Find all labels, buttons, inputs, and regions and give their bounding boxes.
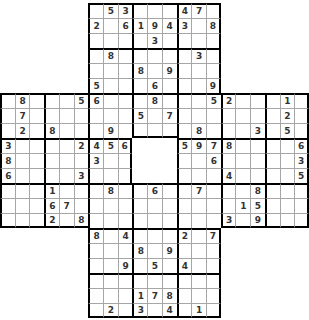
- cell-r21c11[interactable]: [147, 303, 162, 318]
- cell-r18c12[interactable]: [162, 258, 177, 273]
- cell-r11c9[interactable]: [118, 153, 133, 168]
- cell-r13c10[interactable]: [132, 183, 147, 198]
- outside-area: [221, 18, 236, 33]
- cell-r17c9[interactable]: [118, 243, 133, 258]
- outside-area: [59, 48, 74, 63]
- cell-r9c15[interactable]: [206, 123, 221, 138]
- outside-area: [44, 243, 59, 258]
- cell-r8c8[interactable]: [103, 108, 118, 123]
- cell-r21c15[interactable]: [206, 303, 221, 318]
- outside-area: [235, 288, 250, 303]
- cell-r6c10[interactable]: [132, 78, 147, 93]
- cell-r4c10[interactable]: [132, 48, 147, 63]
- cell-r19c7[interactable]: [88, 273, 103, 288]
- cell-r11c5[interactable]: [59, 153, 74, 168]
- cell-r15c19[interactable]: [265, 213, 280, 228]
- cell-r15c12[interactable]: [162, 213, 177, 228]
- cell-r20c8[interactable]: [103, 288, 118, 303]
- outside-area: [294, 258, 309, 273]
- cell-r2c11: 9: [147, 18, 162, 33]
- cell-r14c9[interactable]: [118, 198, 133, 213]
- cell-r7c10[interactable]: [132, 93, 147, 108]
- cell-r13c13[interactable]: [177, 183, 192, 198]
- cell-r12c8[interactable]: [103, 168, 118, 183]
- cell-r13c16[interactable]: [221, 183, 236, 198]
- cell-r19c15[interactable]: [206, 273, 221, 288]
- cell-r5c14[interactable]: [191, 63, 206, 78]
- cell-r14c2[interactable]: [15, 198, 30, 213]
- cell-r3c12[interactable]: [162, 33, 177, 48]
- cell-r12c13[interactable]: [177, 168, 192, 183]
- cell-r9c19[interactable]: [265, 123, 280, 138]
- cell-r8c10: 5: [132, 108, 147, 123]
- cell-r21c14: 1: [191, 303, 206, 318]
- outside-area: [250, 303, 265, 318]
- cell-r6c7: 5: [88, 78, 103, 93]
- cell-r5c7[interactable]: [88, 63, 103, 78]
- cell-r9c3[interactable]: [29, 123, 44, 138]
- cell-r19c14[interactable]: [191, 273, 206, 288]
- cell-r11c15: 6: [206, 153, 221, 168]
- outside-area: [29, 48, 44, 63]
- cell-r3c15[interactable]: [206, 33, 221, 48]
- cell-r13c15[interactable]: [206, 183, 221, 198]
- outside-area: [29, 33, 44, 48]
- cell-r21c7[interactable]: [88, 303, 103, 318]
- cell-r9c11[interactable]: [147, 123, 162, 138]
- cell-r14c20[interactable]: [280, 198, 295, 213]
- cell-r18c14[interactable]: [191, 258, 206, 273]
- cell-r8c18[interactable]: [250, 108, 265, 123]
- cell-r6c8[interactable]: [103, 78, 118, 93]
- cell-r8c21[interactable]: [294, 108, 309, 123]
- cell-r14c11[interactable]: [147, 198, 162, 213]
- cell-r1c14: 7: [191, 3, 206, 18]
- cell-r12c4[interactable]: [44, 168, 59, 183]
- outside-area: [294, 33, 309, 48]
- cell-r14c8[interactable]: [103, 198, 118, 213]
- cell-r10c20[interactable]: [280, 138, 295, 153]
- cell-r3c10[interactable]: [132, 33, 147, 48]
- cell-r2c14[interactable]: [191, 18, 206, 33]
- outside-area: [235, 78, 250, 93]
- cell-r18c9: 9: [118, 258, 133, 273]
- cell-r15c17[interactable]: [235, 213, 250, 228]
- cell-r10c18[interactable]: [250, 138, 265, 153]
- outside-area: [29, 303, 44, 318]
- outside-area: [44, 228, 59, 243]
- cell-r3c8[interactable]: [103, 33, 118, 48]
- outside-area: [74, 18, 89, 33]
- cell-r17c14[interactable]: [191, 243, 206, 258]
- cell-r6c9[interactable]: [118, 78, 133, 93]
- cell-r13c12[interactable]: [162, 183, 177, 198]
- cell-r8c13[interactable]: [177, 108, 192, 123]
- cell-r5c13[interactable]: [177, 63, 192, 78]
- cell-r7c20: 1: [280, 93, 295, 108]
- cell-r11c3[interactable]: [29, 153, 44, 168]
- cell-r11c4[interactable]: [44, 153, 59, 168]
- cell-r7c3[interactable]: [29, 93, 44, 108]
- outside-area: [15, 303, 30, 318]
- cell-r1c15[interactable]: [206, 3, 221, 18]
- cell-r13c6[interactable]: [74, 183, 89, 198]
- outside-area: [250, 258, 265, 273]
- cell-r20c15[interactable]: [206, 288, 221, 303]
- cell-r18c10[interactable]: [132, 258, 147, 273]
- cell-r8c5[interactable]: [59, 108, 74, 123]
- cell-r11c6[interactable]: [74, 153, 89, 168]
- cell-r1c12[interactable]: [162, 3, 177, 18]
- cell-r4c14: 3: [191, 48, 206, 63]
- cell-r6c15: 9: [206, 78, 221, 93]
- cell-r7c18[interactable]: [250, 93, 265, 108]
- cell-r11c8[interactable]: [103, 153, 118, 168]
- outside-area: [0, 48, 15, 63]
- cell-r10c5[interactable]: [59, 138, 74, 153]
- outside-area: [29, 18, 44, 33]
- outside-area: [74, 33, 89, 48]
- cell-r1c10[interactable]: [132, 3, 147, 18]
- cell-r15c20[interactable]: [280, 213, 295, 228]
- outside-area: [294, 18, 309, 33]
- cell-r14c3[interactable]: [29, 198, 44, 213]
- cell-r15c5[interactable]: [59, 213, 74, 228]
- outside-area: [250, 63, 265, 78]
- cell-r11c18[interactable]: [250, 153, 265, 168]
- outside-area: [280, 3, 295, 18]
- outside-area: [294, 63, 309, 78]
- outside-area: [280, 273, 295, 288]
- cell-r15c2[interactable]: [15, 213, 30, 228]
- cell-r14c16[interactable]: [221, 198, 236, 213]
- cell-r12c20[interactable]: [280, 168, 295, 183]
- cell-r21c13[interactable]: [177, 303, 192, 318]
- outside-area: [29, 258, 44, 273]
- cell-r7c19[interactable]: [265, 93, 280, 108]
- cell-r8c6[interactable]: [74, 108, 89, 123]
- cell-r13c8: 8: [103, 183, 118, 198]
- cell-r16c14[interactable]: [191, 228, 206, 243]
- cell-r9c21[interactable]: [294, 123, 309, 138]
- cell-r17c8[interactable]: [103, 243, 118, 258]
- cell-r14c15[interactable]: [206, 198, 221, 213]
- cell-r12c2[interactable]: [15, 168, 30, 183]
- outside-area: [29, 273, 44, 288]
- cell-r12c7[interactable]: [88, 168, 103, 183]
- cell-r10c1: 3: [0, 138, 15, 153]
- cell-r17c10: 8: [132, 243, 147, 258]
- cell-r4c12[interactable]: [162, 48, 177, 63]
- cell-r2c8[interactable]: [103, 18, 118, 33]
- cell-r12c18[interactable]: [250, 168, 265, 183]
- cell-r9c17[interactable]: [235, 123, 250, 138]
- cell-r7c4[interactable]: [44, 93, 59, 108]
- cell-r17c15[interactable]: [206, 243, 221, 258]
- outside-area: [44, 303, 59, 318]
- cell-r7c9[interactable]: [118, 93, 133, 108]
- cell-r12c5[interactable]: [59, 168, 74, 183]
- outside-area: [235, 303, 250, 318]
- cell-r15c4: 2: [44, 213, 59, 228]
- cell-r15c11[interactable]: [147, 213, 162, 228]
- cell-r14c21[interactable]: [294, 198, 309, 213]
- cell-r16c11[interactable]: [147, 228, 162, 243]
- outside-area: [59, 258, 74, 273]
- cell-r10c13: 5: [177, 138, 192, 153]
- cell-r10c19[interactable]: [265, 138, 280, 153]
- cell-r12c9[interactable]: [118, 168, 133, 183]
- cell-r6c11: 6: [147, 78, 162, 93]
- cell-r10c17[interactable]: [235, 138, 250, 153]
- cell-r7c8[interactable]: [103, 93, 118, 108]
- cell-r17c7[interactable]: [88, 243, 103, 258]
- cell-r13c18: 8: [250, 183, 265, 198]
- cell-r10c3[interactable]: [29, 138, 44, 153]
- cell-r10c15: 7: [206, 138, 221, 153]
- cell-r15c9[interactable]: [118, 213, 133, 228]
- outside-area: [235, 48, 250, 63]
- cell-r15c1[interactable]: [0, 213, 15, 228]
- cell-r9c1[interactable]: [0, 123, 15, 138]
- cell-r15c14[interactable]: [191, 213, 206, 228]
- outside-area: [44, 33, 59, 48]
- outside-area: [265, 258, 280, 273]
- cell-r19c9[interactable]: [118, 273, 133, 288]
- outside-area: [44, 273, 59, 288]
- outside-area: [59, 243, 74, 258]
- cell-r1c7[interactable]: [88, 3, 103, 18]
- outside-area: [132, 138, 147, 153]
- cell-r12c14[interactable]: [191, 168, 206, 183]
- cell-r6c13[interactable]: [177, 78, 192, 93]
- cell-r13c19[interactable]: [265, 183, 280, 198]
- cell-r9c6[interactable]: [74, 123, 89, 138]
- cell-r19c12[interactable]: [162, 273, 177, 288]
- cell-r4c7[interactable]: [88, 48, 103, 63]
- cell-r12c19[interactable]: [265, 168, 280, 183]
- cell-r10c2[interactable]: [15, 138, 30, 153]
- cell-r20c10: 1: [132, 288, 147, 303]
- outside-area: [0, 243, 15, 258]
- outside-area: [29, 243, 44, 258]
- cell-r14c14[interactable]: [191, 198, 206, 213]
- cell-r11c14[interactable]: [191, 153, 206, 168]
- outside-area: [235, 18, 250, 33]
- cell-r8c19[interactable]: [265, 108, 280, 123]
- cell-r5c9[interactable]: [118, 63, 133, 78]
- cell-r20c13[interactable]: [177, 288, 192, 303]
- cell-r15c10[interactable]: [132, 213, 147, 228]
- cell-r14c12[interactable]: [162, 198, 177, 213]
- cell-r18c11: 5: [147, 258, 162, 273]
- cell-r3c9[interactable]: [118, 33, 133, 48]
- cell-r17c13[interactable]: [177, 243, 192, 258]
- cell-r9c12[interactable]: [162, 123, 177, 138]
- cell-r7c2: 8: [15, 93, 30, 108]
- cell-r15c3[interactable]: [29, 213, 44, 228]
- cell-r18c8[interactable]: [103, 258, 118, 273]
- cell-r4c9[interactable]: [118, 48, 133, 63]
- cell-r10c4[interactable]: [44, 138, 59, 153]
- cell-r7c16: 2: [221, 93, 236, 108]
- cell-r13c17[interactable]: [235, 183, 250, 198]
- cell-r8c1[interactable]: [0, 108, 15, 123]
- cell-r5c11[interactable]: [147, 63, 162, 78]
- cell-r9c13[interactable]: [177, 123, 192, 138]
- cell-r15c15[interactable]: [206, 213, 221, 228]
- outside-area: [44, 63, 59, 78]
- cell-r12c15[interactable]: [206, 168, 221, 183]
- cell-r4c11[interactable]: [147, 48, 162, 63]
- outside-area: [15, 63, 30, 78]
- cell-r19c10[interactable]: [132, 273, 147, 288]
- cell-r11c17[interactable]: [235, 153, 250, 168]
- cell-r7c21[interactable]: [294, 93, 309, 108]
- cell-r3c7[interactable]: [88, 33, 103, 48]
- cell-r18c15[interactable]: [206, 258, 221, 273]
- cell-r19c11[interactable]: [147, 273, 162, 288]
- outside-area: [0, 288, 15, 303]
- cell-r6c12[interactable]: [162, 78, 177, 93]
- cell-r20c14[interactable]: [191, 288, 206, 303]
- cell-r3c14[interactable]: [191, 33, 206, 48]
- outside-area: [59, 288, 74, 303]
- cell-r9c5[interactable]: [59, 123, 74, 138]
- cell-r13c20[interactable]: [280, 183, 295, 198]
- cell-r1c11[interactable]: [147, 3, 162, 18]
- cell-r16c10[interactable]: [132, 228, 147, 243]
- cell-r9c7[interactable]: [88, 123, 103, 138]
- cell-r11c19[interactable]: [265, 153, 280, 168]
- cell-r4c15[interactable]: [206, 48, 221, 63]
- cell-r16c8[interactable]: [103, 228, 118, 243]
- cell-r16c9: 4: [118, 228, 133, 243]
- cell-r21c12: 4: [162, 303, 177, 318]
- outside-area: [15, 228, 30, 243]
- cell-r9c10[interactable]: [132, 123, 147, 138]
- cell-r13c9[interactable]: [118, 183, 133, 198]
- cell-r20c7[interactable]: [88, 288, 103, 303]
- outside-area: [280, 78, 295, 93]
- cell-r11c13[interactable]: [177, 153, 192, 168]
- cell-r10c14: 9: [191, 138, 206, 153]
- cell-r4c13[interactable]: [177, 48, 192, 63]
- cell-r9c9[interactable]: [118, 123, 133, 138]
- outside-area: [44, 18, 59, 33]
- cell-r8c7[interactable]: [88, 108, 103, 123]
- cell-r6c14[interactable]: [191, 78, 206, 93]
- cell-r14c13[interactable]: [177, 198, 192, 213]
- outside-area: [235, 228, 250, 243]
- outside-area: [265, 33, 280, 48]
- outside-area: [29, 78, 44, 93]
- cell-r8c4[interactable]: [44, 108, 59, 123]
- outside-area: [59, 303, 74, 318]
- cell-r14c7[interactable]: [88, 198, 103, 213]
- outside-area: [265, 288, 280, 303]
- cell-r12c17[interactable]: [235, 168, 250, 183]
- outside-area: [15, 243, 30, 258]
- cell-r8c3[interactable]: [29, 108, 44, 123]
- cell-r7c1[interactable]: [0, 93, 15, 108]
- cell-r7c17[interactable]: [235, 93, 250, 108]
- cell-r5c15[interactable]: [206, 63, 221, 78]
- cell-r14c10[interactable]: [132, 198, 147, 213]
- cell-r7c13[interactable]: [177, 93, 192, 108]
- cell-r14c6[interactable]: [74, 198, 89, 213]
- cell-r19c13[interactable]: [177, 273, 192, 288]
- outside-area: [0, 303, 15, 318]
- cell-r11c2[interactable]: [15, 153, 30, 168]
- outside-area: [59, 228, 74, 243]
- cell-r7c6: 5: [74, 93, 89, 108]
- cell-r5c8[interactable]: [103, 63, 118, 78]
- cell-r11c16[interactable]: [221, 153, 236, 168]
- outside-area: [294, 288, 309, 303]
- cell-r8c15[interactable]: [206, 108, 221, 123]
- cell-r3c13[interactable]: [177, 33, 192, 48]
- cell-r12c3[interactable]: [29, 168, 44, 183]
- cell-r15c7[interactable]: [88, 213, 103, 228]
- outside-area: [162, 168, 177, 183]
- cell-r19c8[interactable]: [103, 273, 118, 288]
- outside-area: [294, 303, 309, 318]
- cell-r13c1[interactable]: [0, 183, 15, 198]
- cell-r14c19[interactable]: [265, 198, 280, 213]
- outside-area: [221, 273, 236, 288]
- cell-r11c20[interactable]: [280, 153, 295, 168]
- cell-r17c11[interactable]: [147, 243, 162, 258]
- outside-area: [74, 258, 89, 273]
- cell-r7c12[interactable]: [162, 93, 177, 108]
- cell-r9c20: 5: [280, 123, 295, 138]
- cell-r8c11[interactable]: [147, 108, 162, 123]
- outside-area: [265, 63, 280, 78]
- cell-r15c21[interactable]: [294, 213, 309, 228]
- outside-area: [221, 228, 236, 243]
- cell-r13c7[interactable]: [88, 183, 103, 198]
- outside-area: [162, 153, 177, 168]
- cell-r8c16[interactable]: [221, 108, 236, 123]
- cell-r7c5[interactable]: [59, 93, 74, 108]
- cell-r20c9[interactable]: [118, 288, 133, 303]
- cell-r2c9: 6: [118, 18, 133, 33]
- outside-area: [250, 243, 265, 258]
- cell-r13c5[interactable]: [59, 183, 74, 198]
- cell-r21c10: 3: [132, 303, 147, 318]
- outside-area: [29, 228, 44, 243]
- outside-area: [265, 18, 280, 33]
- cell-r7c14[interactable]: [191, 93, 206, 108]
- cell-r13c21[interactable]: [294, 183, 309, 198]
- outside-area: [294, 48, 309, 63]
- cell-r15c13[interactable]: [177, 213, 192, 228]
- cell-r15c8[interactable]: [103, 213, 118, 228]
- cell-r8c17[interactable]: [235, 108, 250, 123]
- cell-r21c9[interactable]: [118, 303, 133, 318]
- cell-r8c14[interactable]: [191, 108, 206, 123]
- cell-r13c2[interactable]: [15, 183, 30, 198]
- cell-r13c3[interactable]: [29, 183, 44, 198]
- outside-area: [15, 288, 30, 303]
- cell-r14c1[interactable]: [0, 198, 15, 213]
- cell-r8c9[interactable]: [118, 108, 133, 123]
- cell-r16c12[interactable]: [162, 228, 177, 243]
- cell-r9c16[interactable]: [221, 123, 236, 138]
- cell-r18c7[interactable]: [88, 258, 103, 273]
- cell-r2c13: 3: [177, 18, 192, 33]
